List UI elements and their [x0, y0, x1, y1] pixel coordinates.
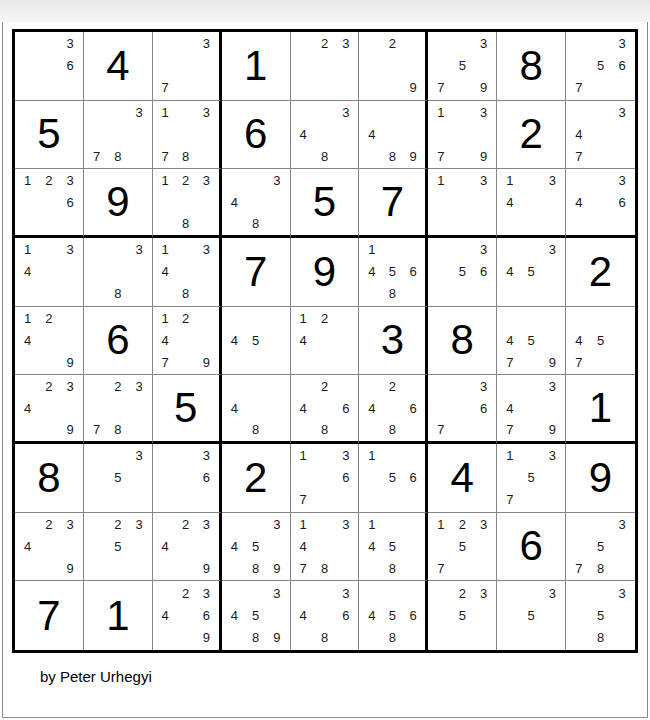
- candidate-digit: 7: [86, 145, 107, 167]
- candidate-digit: 5: [245, 536, 266, 558]
- candidate-digit: 6: [403, 467, 424, 489]
- candidate-digit: 8: [175, 283, 196, 305]
- cell-r7c1[interactable]: 8: [15, 444, 84, 513]
- cell-r2c1[interactable]: 5: [15, 101, 84, 170]
- candidate-digit: 6: [473, 261, 494, 283]
- candidate-digit: 9: [196, 557, 217, 579]
- candidate-digit: 4: [361, 261, 382, 283]
- candidate-digit: 4: [155, 605, 176, 627]
- cell-r4c9[interactable]: 2: [566, 238, 635, 307]
- candidate-marks: 1348: [155, 239, 217, 305]
- candidate-digit: 4: [361, 536, 382, 558]
- candidate-marks: 48: [224, 376, 288, 440]
- candidate-marks: 4568: [361, 582, 423, 649]
- candidate-digit: 7: [568, 351, 590, 373]
- candidate-marks: 34589: [224, 514, 288, 580]
- sudoku-board: 3643712329357983567537813786348489137923…: [12, 29, 638, 653]
- cell-r6c1[interactable]: 2349: [15, 375, 84, 444]
- candidate-digit: 4: [568, 124, 590, 146]
- candidate-digit: 9: [542, 419, 563, 440]
- candidate-digit: 6: [335, 398, 356, 419]
- candidate-digit: 1: [499, 445, 520, 467]
- candidate-digit: 5: [382, 605, 403, 627]
- candidate-digit: 9: [60, 419, 81, 440]
- cell-r5c7[interactable]: 8: [428, 307, 497, 376]
- candidate-digit: 3: [196, 239, 217, 261]
- candidate-digit: 3: [542, 239, 563, 261]
- cell-r8c4[interactable]: 34589: [222, 513, 291, 582]
- candidate-digit: 5: [590, 536, 612, 558]
- solved-digit: 5: [291, 169, 359, 235]
- cell-r6c7[interactable]: 367: [428, 375, 497, 444]
- candidate-digit: 1: [361, 445, 382, 467]
- candidate-marks: 2378: [86, 376, 150, 440]
- candidate-digit: 1: [430, 170, 451, 191]
- candidate-digit: 4: [224, 192, 245, 213]
- candidate-digit: 1: [499, 170, 520, 191]
- cell-r9c4[interactable]: 34589: [222, 581, 291, 650]
- candidate-digit: 9: [60, 557, 81, 579]
- candidate-digit: 6: [60, 55, 81, 77]
- cell-r2c9[interactable]: 347: [566, 101, 635, 170]
- candidate-marks: 45: [224, 308, 288, 374]
- candidate-digit: 4: [17, 330, 38, 352]
- candidate-marks: 35: [499, 582, 563, 649]
- cell-r6c4[interactable]: 48: [222, 375, 291, 444]
- candidate-digit: 3: [335, 445, 356, 467]
- candidate-digit: 7: [86, 419, 107, 440]
- candidate-digit: 6: [611, 55, 633, 77]
- cell-r6c8[interactable]: 3479: [497, 375, 566, 444]
- candidate-digit: 4: [224, 536, 245, 558]
- candidate-digit: 3: [128, 514, 149, 536]
- solved-digit: 7: [15, 581, 83, 650]
- candidate-digit: 7: [499, 351, 520, 373]
- candidate-marks: 2468: [361, 376, 423, 440]
- candidate-digit: 6: [196, 467, 217, 489]
- candidate-digit: 1: [293, 445, 314, 467]
- candidate-digit: 4: [499, 261, 520, 283]
- candidate-digit: 8: [382, 419, 403, 440]
- cell-r2c8[interactable]: 2: [497, 101, 566, 170]
- candidate-digit: 5: [452, 55, 473, 77]
- cell-r3c5[interactable]: 5: [291, 169, 360, 238]
- candidate-digit: 8: [382, 145, 403, 167]
- candidate-digit: 9: [473, 77, 494, 99]
- cell-r8c2[interactable]: 235: [84, 513, 153, 582]
- candidate-digit: 2: [452, 582, 473, 604]
- candidate-digit: 5: [590, 605, 612, 627]
- cell-r7c7[interactable]: 4: [428, 444, 497, 513]
- cell-r8c9[interactable]: 3578: [566, 513, 635, 582]
- candidate-digit: 1: [17, 308, 38, 330]
- candidate-marks: 1238: [155, 170, 217, 234]
- candidate-digit: 3: [473, 102, 494, 124]
- candidate-digit: 5: [382, 261, 403, 283]
- candidate-marks: 1367: [293, 445, 357, 511]
- cell-r2c3[interactable]: 1378: [153, 101, 222, 170]
- cell-r4c1[interactable]: 134: [15, 238, 84, 307]
- cell-r1c8[interactable]: 8: [497, 32, 566, 101]
- candidate-digit: 3: [266, 582, 287, 604]
- solved-digit: 9: [84, 169, 152, 235]
- candidate-digit: 4: [224, 605, 245, 627]
- candidate-digit: 3: [335, 514, 356, 536]
- solved-digit: 8: [497, 32, 565, 100]
- cell-r9c3[interactable]: 23469: [153, 581, 222, 650]
- candidate-marks: 134: [499, 170, 563, 234]
- candidate-marks: 3468: [293, 582, 357, 649]
- candidate-digit: 3: [128, 239, 149, 261]
- cell-r5c4[interactable]: 45: [222, 307, 291, 376]
- candidate-digit: 7: [568, 145, 590, 167]
- candidate-marks: 235: [430, 582, 494, 649]
- page: 3643712329357983567537813786348489137923…: [0, 0, 650, 720]
- candidate-digit: 8: [590, 557, 612, 579]
- candidate-marks: 3479: [499, 376, 563, 440]
- cell-r5c2[interactable]: 6: [84, 307, 153, 376]
- solved-digit: 8: [15, 444, 83, 512]
- solved-digit: 5: [153, 375, 219, 441]
- cell-r5c1[interactable]: 1249: [15, 307, 84, 376]
- candidate-digit: 5: [521, 261, 542, 283]
- cell-r1c3[interactable]: 37: [153, 32, 222, 101]
- cell-r1c2[interactable]: 4: [84, 32, 153, 101]
- cell-r7c3[interactable]: 36: [153, 444, 222, 513]
- candidate-digit: 3: [335, 33, 356, 55]
- candidate-digit: 3: [128, 102, 149, 124]
- candidate-digit: 8: [175, 213, 196, 234]
- candidate-marks: 37: [155, 33, 217, 99]
- cell-r2c2[interactable]: 378: [84, 101, 153, 170]
- candidate-marks: 348: [224, 170, 288, 234]
- candidate-marks: 489: [361, 102, 423, 168]
- candidate-marks: 2349: [17, 376, 81, 440]
- candidate-digit: 3: [60, 33, 81, 55]
- cell-r1c9[interactable]: 3567: [566, 32, 635, 101]
- solved-digit: 6: [84, 307, 152, 375]
- candidate-digit: 1: [293, 308, 314, 330]
- cell-r3c1[interactable]: 1236: [15, 169, 84, 238]
- cell-r9c8[interactable]: 35: [497, 581, 566, 650]
- candidate-digit: 7: [430, 557, 451, 579]
- candidate-marks: 34589: [224, 582, 288, 649]
- candidate-digit: 7: [568, 557, 590, 579]
- candidate-digit: 4: [17, 398, 38, 419]
- candidate-digit: 6: [473, 398, 494, 419]
- candidate-digit: 6: [60, 192, 81, 213]
- candidate-digit: 8: [175, 145, 196, 167]
- candidate-digit: 3: [542, 170, 563, 191]
- cell-r6c3[interactable]: 5: [153, 375, 222, 444]
- candidate-digit: 5: [245, 605, 266, 627]
- candidate-marks: 13: [430, 170, 494, 234]
- candidate-marks: 3578: [568, 514, 633, 580]
- candidate-marks: 235: [86, 514, 150, 580]
- cell-r6c2[interactable]: 2378: [84, 375, 153, 444]
- cell-r4c4[interactable]: 7: [222, 238, 291, 307]
- cell-r8c1[interactable]: 2349: [15, 513, 84, 582]
- candidate-digit: 2: [38, 308, 59, 330]
- candidate-digit: 8: [245, 419, 266, 440]
- candidate-digit: 3: [473, 33, 494, 55]
- candidate-digit: 4: [155, 536, 176, 558]
- candidate-digit: 7: [155, 77, 176, 99]
- candidate-digit: 3: [128, 445, 149, 467]
- candidate-digit: 6: [335, 605, 356, 627]
- candidate-digit: 6: [403, 398, 424, 419]
- candidate-digit: 5: [382, 536, 403, 558]
- candidate-digit: 2: [175, 170, 196, 191]
- candidate-digit: 3: [473, 514, 494, 536]
- cell-r3c2[interactable]: 9: [84, 169, 153, 238]
- candidate-digit: 3: [196, 33, 217, 55]
- solved-digit: 9: [566, 444, 635, 512]
- candidate-digit: 8: [590, 627, 612, 649]
- candidate-digit: 8: [245, 557, 266, 579]
- cell-r5c5[interactable]: 124: [291, 307, 360, 376]
- cell-r1c5[interactable]: 23: [291, 32, 360, 101]
- cell-r3c8[interactable]: 134: [497, 169, 566, 238]
- candidate-digit: 4: [17, 536, 38, 558]
- candidate-digit: 8: [107, 419, 128, 440]
- candidate-digit: 4: [293, 330, 314, 352]
- candidate-digit: 3: [196, 514, 217, 536]
- cell-r2c6[interactable]: 489: [359, 101, 428, 170]
- candidate-digit: 4: [361, 398, 382, 419]
- candidate-digit: 2: [107, 514, 128, 536]
- candidate-digit: 7: [499, 419, 520, 440]
- cell-r9c1[interactable]: 7: [15, 581, 84, 650]
- candidate-digit: 3: [473, 239, 494, 261]
- solved-digit: 7: [359, 169, 425, 235]
- cell-r3c3[interactable]: 1238: [153, 169, 222, 238]
- candidate-digit: 3: [196, 445, 217, 467]
- candidate-digit: 8: [382, 283, 403, 305]
- candidate-digit: 2: [38, 170, 59, 191]
- candidate-marks: 13478: [293, 514, 357, 580]
- candidate-digit: 9: [196, 627, 217, 649]
- candidate-marks: 1379: [430, 102, 494, 168]
- candidate-digit: 2: [175, 582, 196, 604]
- cell-r1c4[interactable]: 1: [222, 32, 291, 101]
- candidate-digit: 7: [430, 419, 451, 440]
- candidate-marks: 1236: [17, 170, 81, 234]
- candidate-marks: 156: [361, 445, 423, 511]
- cell-r1c1[interactable]: 36: [15, 32, 84, 101]
- cell-r8c7[interactable]: 12357: [428, 513, 497, 582]
- candidate-digit: 3: [473, 170, 494, 191]
- cell-r8c6[interactable]: 1458: [359, 513, 428, 582]
- candidate-marks: 23: [293, 33, 357, 99]
- cell-r3c9[interactable]: 346: [566, 169, 635, 238]
- solved-digit: 2: [222, 444, 290, 512]
- candidate-marks: 348: [293, 102, 357, 168]
- candidate-digit: 2: [38, 514, 59, 536]
- candidate-digit: 4: [155, 330, 176, 352]
- cell-r5c3[interactable]: 12479: [153, 307, 222, 376]
- candidate-digit: 5: [245, 330, 266, 352]
- cell-r9c5[interactable]: 3468: [291, 581, 360, 650]
- candidate-marks: 347: [568, 102, 633, 168]
- candidate-digit: 5: [452, 536, 473, 558]
- top-strip: [0, 0, 650, 22]
- solved-digit: 9: [291, 238, 359, 306]
- candidate-digit: 5: [107, 536, 128, 558]
- cell-r7c5[interactable]: 1367: [291, 444, 360, 513]
- cell-r7c8[interactable]: 1357: [497, 444, 566, 513]
- candidate-marks: 124: [293, 308, 357, 374]
- candidate-digit: 2: [38, 376, 59, 397]
- candidate-digit: 2: [382, 376, 403, 397]
- candidate-digit: 3: [196, 582, 217, 604]
- cell-r4c3[interactable]: 1348: [153, 238, 222, 307]
- cell-r2c5[interactable]: 348: [291, 101, 360, 170]
- candidate-marks: 1378: [155, 102, 217, 168]
- cell-r4c5[interactable]: 9: [291, 238, 360, 307]
- candidate-digit: 4: [224, 330, 245, 352]
- candidate-digit: 1: [430, 102, 451, 124]
- cell-r9c9[interactable]: 358: [566, 581, 635, 650]
- candidate-digit: 3: [542, 376, 563, 397]
- solved-digit: 4: [84, 32, 152, 100]
- candidate-digit: 8: [314, 145, 335, 167]
- cell-r9c2[interactable]: 1: [84, 581, 153, 650]
- candidate-digit: 8: [382, 557, 403, 579]
- candidate-digit: 1: [361, 239, 382, 261]
- cell-r7c6[interactable]: 156: [359, 444, 428, 513]
- cell-r2c4[interactable]: 6: [222, 101, 291, 170]
- candidate-digit: 2: [314, 33, 335, 55]
- candidate-digit: 9: [266, 557, 287, 579]
- candidate-marks: 457: [568, 308, 633, 374]
- candidate-marks: 2468: [293, 376, 357, 440]
- candidate-marks: 378: [86, 102, 150, 168]
- cell-r1c6[interactable]: 29: [359, 32, 428, 101]
- cell-r5c6[interactable]: 3: [359, 307, 428, 376]
- cell-r2c7[interactable]: 1379: [428, 101, 497, 170]
- solved-digit: 7: [222, 238, 290, 306]
- solved-digit: 1: [222, 32, 290, 100]
- candidate-digit: 7: [430, 77, 451, 99]
- candidate-digit: 4: [361, 605, 382, 627]
- candidate-digit: 4: [361, 124, 382, 146]
- candidate-digit: 3: [60, 170, 81, 191]
- candidate-marks: 1249: [17, 308, 81, 374]
- cell-r8c3[interactable]: 2349: [153, 513, 222, 582]
- candidate-digit: 3: [60, 514, 81, 536]
- candidate-digit: 5: [521, 467, 542, 489]
- solved-digit: 1: [84, 581, 152, 650]
- candidate-digit: 7: [293, 489, 314, 511]
- candidate-marks: 23469: [155, 582, 217, 649]
- cell-r3c7[interactable]: 13: [428, 169, 497, 238]
- candidate-digit: 6: [196, 605, 217, 627]
- solved-digit: 5: [15, 101, 83, 169]
- cell-r7c2[interactable]: 35: [84, 444, 153, 513]
- cell-r5c8[interactable]: 4579: [497, 307, 566, 376]
- candidate-digit: 6: [403, 605, 424, 627]
- candidate-digit: 8: [314, 557, 335, 579]
- cell-r4c8[interactable]: 345: [497, 238, 566, 307]
- candidate-digit: 1: [361, 514, 382, 536]
- cell-r8c8[interactable]: 6: [497, 513, 566, 582]
- candidate-digit: 9: [403, 77, 424, 99]
- candidate-digit: 2: [175, 514, 196, 536]
- cell-r7c9[interactable]: 9: [566, 444, 635, 513]
- candidate-digit: 8: [314, 627, 335, 649]
- candidate-digit: 2: [382, 33, 403, 55]
- candidate-digit: 8: [314, 419, 335, 440]
- candidate-digit: 7: [155, 145, 176, 167]
- candidate-digit: 3: [60, 376, 81, 397]
- candidate-marks: 367: [430, 376, 494, 440]
- candidate-digit: 6: [611, 192, 633, 213]
- candidate-marks: 36: [17, 33, 81, 99]
- solved-digit: 3: [359, 307, 425, 375]
- candidate-digit: 7: [499, 489, 520, 511]
- candidate-digit: 1: [155, 308, 176, 330]
- candidate-digit: 4: [499, 330, 520, 352]
- candidate-marks: 2349: [17, 514, 81, 580]
- candidate-digit: 8: [245, 627, 266, 649]
- cell-r8c5[interactable]: 13478: [291, 513, 360, 582]
- cell-r4c2[interactable]: 38: [84, 238, 153, 307]
- cell-r4c7[interactable]: 356: [428, 238, 497, 307]
- candidate-digit: 5: [452, 261, 473, 283]
- candidate-digit: 6: [335, 467, 356, 489]
- candidate-digit: 2: [175, 308, 196, 330]
- candidate-marks: 36: [155, 445, 217, 511]
- candidate-digit: 8: [245, 213, 266, 234]
- cell-r3c6[interactable]: 7: [359, 169, 428, 238]
- candidate-digit: 4: [293, 398, 314, 419]
- cell-r3c4[interactable]: 348: [222, 169, 291, 238]
- candidate-digit: 3: [266, 514, 287, 536]
- cell-r5c9[interactable]: 457: [566, 307, 635, 376]
- candidate-digit: 9: [473, 145, 494, 167]
- candidate-digit: 4: [568, 192, 590, 213]
- candidate-digit: 7: [155, 351, 176, 373]
- candidate-digit: 5: [521, 330, 542, 352]
- author-credit: by Peter Urhegyi: [40, 668, 152, 685]
- candidate-digit: 9: [403, 145, 424, 167]
- candidate-digit: 1: [293, 514, 314, 536]
- candidate-digit: 4: [568, 330, 590, 352]
- candidate-marks: 134: [17, 239, 81, 305]
- candidate-marks: 4579: [499, 308, 563, 374]
- cell-r6c5[interactable]: 2468: [291, 375, 360, 444]
- candidate-digit: 4: [17, 261, 38, 283]
- candidate-digit: 3: [128, 376, 149, 397]
- candidate-digit: 2: [314, 376, 335, 397]
- cell-r6c9[interactable]: 1: [566, 375, 635, 444]
- candidate-digit: 1: [430, 514, 451, 536]
- cell-r6c6[interactable]: 2468: [359, 375, 428, 444]
- candidate-digit: 2: [107, 376, 128, 397]
- candidate-digit: 4: [499, 398, 520, 419]
- cell-r1c7[interactable]: 3579: [428, 32, 497, 101]
- cell-r9c6[interactable]: 4568: [359, 581, 428, 650]
- cell-r4c6[interactable]: 14568: [359, 238, 428, 307]
- candidate-marks: 2349: [155, 514, 217, 580]
- candidate-marks: 346: [568, 170, 633, 234]
- candidate-digit: 3: [611, 170, 633, 191]
- cell-r9c7[interactable]: 235: [428, 581, 497, 650]
- cell-r7c4[interactable]: 2: [222, 444, 291, 513]
- candidate-marks: 12479: [155, 308, 217, 374]
- solved-digit: 2: [566, 238, 635, 306]
